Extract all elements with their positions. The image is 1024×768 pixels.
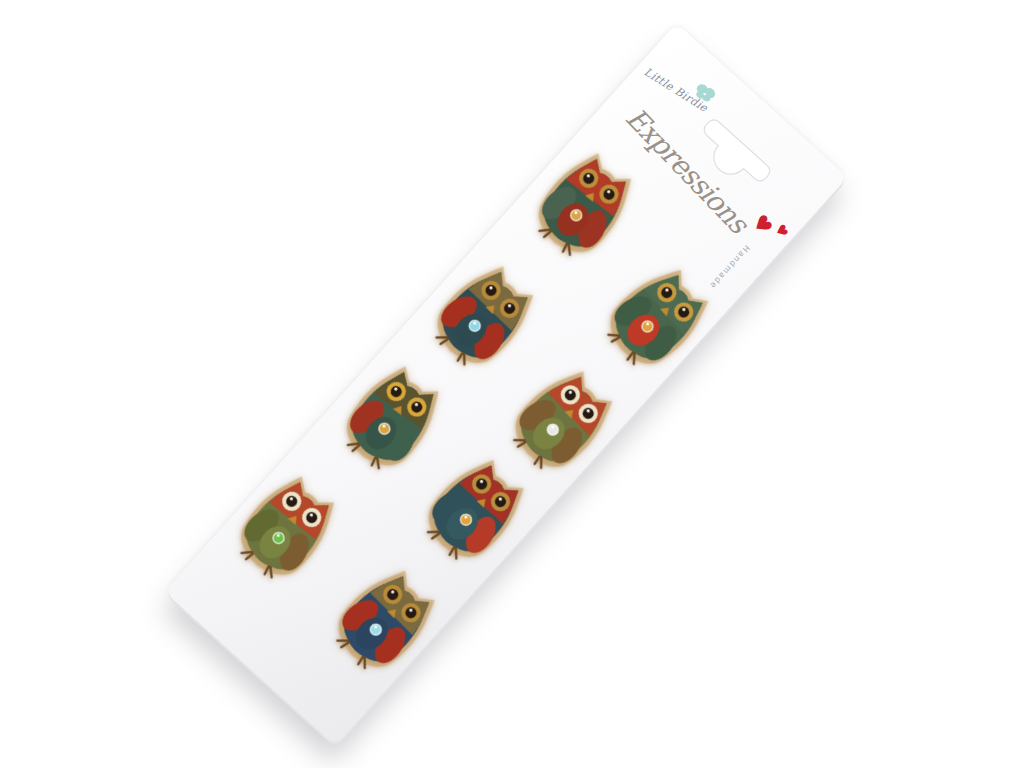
owl-sticker-5 (325, 348, 461, 486)
owl-sticker-8 (316, 551, 455, 690)
owl-sticker-3 (415, 247, 553, 386)
owl-graphic (316, 551, 455, 690)
owl-graphic (493, 351, 632, 489)
owl-sticker-7 (219, 458, 356, 597)
owl-sticker-6 (406, 440, 544, 579)
owl-graphic (588, 249, 727, 387)
owl-sticker-4 (493, 351, 632, 489)
package-card: Little Birdie Expressions ♥ ♥ Handmade (165, 23, 848, 745)
sticker-sheet (165, 23, 848, 745)
owl-graphic (516, 135, 653, 274)
owl-graphic (325, 348, 461, 486)
owl-graphic (415, 247, 553, 386)
owl-sticker-2 (588, 249, 727, 387)
owl-graphic (219, 458, 356, 597)
owl-graphic (406, 440, 544, 579)
owl-sticker-1 (516, 135, 653, 274)
product-photo: Little Birdie Expressions ♥ ♥ Handmade (0, 0, 1024, 768)
